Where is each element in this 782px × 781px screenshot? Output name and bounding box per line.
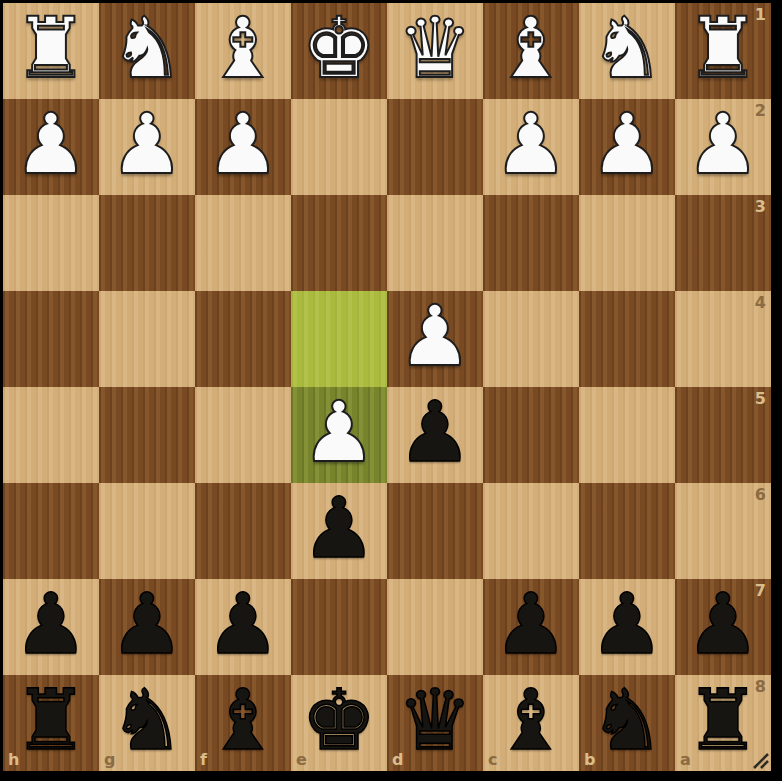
white-bishop[interactable]: ♝: [493, 6, 568, 90]
square-d8[interactable]: ♛d: [387, 675, 483, 771]
square-e3[interactable]: [291, 195, 387, 291]
square-d5[interactable]: ♟: [387, 387, 483, 483]
white-pawn[interactable]: ♟: [493, 102, 568, 186]
black-knight[interactable]: ♞: [109, 678, 184, 762]
black-knight[interactable]: ♞: [589, 678, 664, 762]
square-h6[interactable]: [3, 483, 99, 579]
square-d4[interactable]: ♟: [387, 291, 483, 387]
black-queen[interactable]: ♛: [397, 678, 472, 762]
square-c2[interactable]: ♟: [483, 99, 579, 195]
square-c5[interactable]: [483, 387, 579, 483]
square-f2[interactable]: ♟: [195, 99, 291, 195]
board-resize-grip-icon[interactable]: [752, 752, 770, 770]
white-pawn[interactable]: ♟: [13, 102, 88, 186]
square-b5[interactable]: [579, 387, 675, 483]
white-queen[interactable]: ♛: [397, 6, 472, 90]
square-d7[interactable]: [387, 579, 483, 675]
square-g1[interactable]: ♞: [99, 3, 195, 99]
square-g3[interactable]: [99, 195, 195, 291]
white-bishop[interactable]: ♝: [205, 6, 280, 90]
black-pawn[interactable]: ♟: [493, 582, 568, 666]
black-bishop[interactable]: ♝: [205, 678, 280, 762]
white-king[interactable]: ♚: [301, 6, 376, 90]
square-h7[interactable]: ♟: [3, 579, 99, 675]
white-pawn[interactable]: ♟: [397, 294, 472, 378]
square-d3[interactable]: [387, 195, 483, 291]
square-b2[interactable]: ♟: [579, 99, 675, 195]
square-a3[interactable]: 3: [675, 195, 771, 291]
square-a1[interactable]: ♜1: [675, 3, 771, 99]
rank-label: 4: [755, 295, 766, 311]
square-e7[interactable]: [291, 579, 387, 675]
square-c1[interactable]: ♝: [483, 3, 579, 99]
square-g2[interactable]: ♟: [99, 99, 195, 195]
square-h3[interactable]: [3, 195, 99, 291]
square-a6[interactable]: 6: [675, 483, 771, 579]
square-f5[interactable]: [195, 387, 291, 483]
square-b1[interactable]: ♞: [579, 3, 675, 99]
square-h1[interactable]: ♜: [3, 3, 99, 99]
rank-label: 6: [755, 487, 766, 503]
white-knight[interactable]: ♞: [589, 6, 664, 90]
black-king[interactable]: ♚: [301, 678, 376, 762]
black-pawn[interactable]: ♟: [205, 582, 280, 666]
black-pawn[interactable]: ♟: [301, 486, 376, 570]
square-a5[interactable]: 5: [675, 387, 771, 483]
square-f6[interactable]: [195, 483, 291, 579]
square-h8[interactable]: ♜h: [3, 675, 99, 771]
square-c7[interactable]: ♟: [483, 579, 579, 675]
square-g5[interactable]: [99, 387, 195, 483]
square-b7[interactable]: ♟: [579, 579, 675, 675]
square-f8[interactable]: ♝f: [195, 675, 291, 771]
black-pawn[interactable]: ♟: [397, 390, 472, 474]
square-a4[interactable]: 4: [675, 291, 771, 387]
square-g7[interactable]: ♟: [99, 579, 195, 675]
square-e5[interactable]: ♟: [291, 387, 387, 483]
white-pawn[interactable]: ♟: [301, 390, 376, 474]
square-h4[interactable]: [3, 291, 99, 387]
white-pawn[interactable]: ♟: [685, 102, 760, 186]
square-b3[interactable]: [579, 195, 675, 291]
rank-label: 3: [755, 199, 766, 215]
square-g6[interactable]: [99, 483, 195, 579]
black-pawn[interactable]: ♟: [685, 582, 760, 666]
square-g8[interactable]: ♞g: [99, 675, 195, 771]
black-pawn[interactable]: ♟: [109, 582, 184, 666]
white-pawn[interactable]: ♟: [205, 102, 280, 186]
square-d1[interactable]: ♛: [387, 3, 483, 99]
square-d6[interactable]: [387, 483, 483, 579]
black-pawn[interactable]: ♟: [13, 582, 88, 666]
square-h2[interactable]: ♟: [3, 99, 99, 195]
white-rook[interactable]: ♜: [685, 6, 760, 90]
white-pawn[interactable]: ♟: [109, 102, 184, 186]
white-knight[interactable]: ♞: [109, 6, 184, 90]
square-c3[interactable]: [483, 195, 579, 291]
square-c4[interactable]: [483, 291, 579, 387]
chess-board: ♜♞♝♚♛♝♞♜1♟♟♟♟♟♟23♟4♟♟5♟6♟♟♟♟♟♟7♜h♞g♝f♚e♛…: [3, 3, 771, 771]
square-e6[interactable]: ♟: [291, 483, 387, 579]
white-pawn[interactable]: ♟: [589, 102, 664, 186]
square-e8[interactable]: ♚e: [291, 675, 387, 771]
square-a7[interactable]: ♟7: [675, 579, 771, 675]
square-e4[interactable]: [291, 291, 387, 387]
square-c6[interactable]: [483, 483, 579, 579]
square-f3[interactable]: [195, 195, 291, 291]
black-rook[interactable]: ♜: [685, 678, 760, 762]
rank-label: 5: [755, 391, 766, 407]
square-b4[interactable]: [579, 291, 675, 387]
square-d2[interactable]: [387, 99, 483, 195]
square-c8[interactable]: ♝c: [483, 675, 579, 771]
square-a2[interactable]: ♟2: [675, 99, 771, 195]
square-h5[interactable]: [3, 387, 99, 483]
black-rook[interactable]: ♜: [13, 678, 88, 762]
square-b8[interactable]: ♞b: [579, 675, 675, 771]
black-pawn[interactable]: ♟: [589, 582, 664, 666]
square-f7[interactable]: ♟: [195, 579, 291, 675]
square-e2[interactable]: [291, 99, 387, 195]
square-f1[interactable]: ♝: [195, 3, 291, 99]
square-e1[interactable]: ♚: [291, 3, 387, 99]
black-bishop[interactable]: ♝: [493, 678, 568, 762]
white-rook[interactable]: ♜: [13, 6, 88, 90]
square-g4[interactable]: [99, 291, 195, 387]
square-b6[interactable]: [579, 483, 675, 579]
square-f4[interactable]: [195, 291, 291, 387]
